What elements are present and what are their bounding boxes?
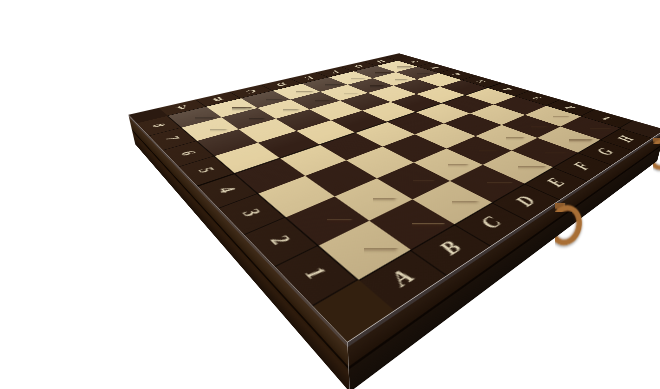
coordinate-text: 3 [237,206,265,220]
coordinate-text: 4 [214,184,240,196]
coordinate-text: 8 [148,122,169,129]
chess-board: 87654321 87654321 ABCDEFGH ABCDEFGH ♜♞♝♛… [128,53,660,342]
coordinate-text: H [613,134,639,144]
scene: 87654321 87654321 ABCDEFGH ABCDEFGH ♜♞♝♛… [0,0,660,389]
coordinate-text: C [475,214,507,232]
coordinate-text: 1 [299,263,332,283]
coordinate-text: 5 [194,165,218,175]
coordinate-text: 7 [162,135,184,143]
coordinate-text: F [569,160,596,172]
coordinate-text: E [542,176,571,190]
coordinate-text: G [592,146,619,157]
product-photo: 87654321 87654321 ABCDEFGH ABCDEFGH ♜♞♝♛… [0,0,660,389]
coordinate-text: D [511,193,542,209]
coordinate-text: 2 [265,232,295,249]
coordinate-text: 6 [177,149,200,158]
coordinate-text: B [434,238,468,259]
coordinate-text: A [385,266,421,292]
